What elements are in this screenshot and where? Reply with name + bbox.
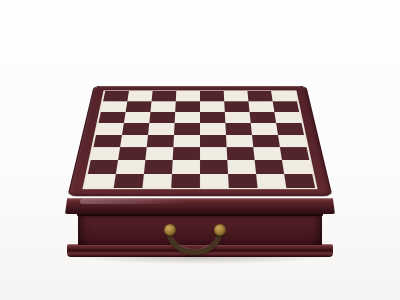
square-r7c2[interactable] — [116, 160, 145, 174]
square-r4c8[interactable] — [276, 123, 304, 135]
square-r6c1[interactable] — [91, 147, 120, 160]
square-r4c5[interactable] — [200, 123, 226, 135]
square-r8c3[interactable] — [142, 174, 172, 188]
square-r1c6[interactable] — [224, 91, 249, 101]
square-r4c6[interactable] — [225, 123, 252, 135]
square-r2c1[interactable] — [101, 101, 127, 112]
square-r5c6[interactable] — [226, 135, 253, 147]
square-r1c8[interactable] — [271, 91, 297, 101]
square-r5c3[interactable] — [147, 135, 174, 147]
square-r2c2[interactable] — [126, 101, 152, 112]
square-r5c8[interactable] — [278, 135, 307, 147]
square-r3c6[interactable] — [225, 112, 251, 123]
square-r3c1[interactable] — [98, 112, 125, 123]
square-r2c7[interactable] — [248, 101, 274, 112]
square-r7c5[interactable] — [200, 160, 228, 174]
square-r5c7[interactable] — [252, 135, 280, 147]
square-r5c1[interactable] — [93, 135, 122, 147]
square-r6c6[interactable] — [227, 147, 255, 160]
square-r4c7[interactable] — [251, 123, 278, 135]
lid-front-edge — [65, 198, 335, 214]
square-r8c8[interactable] — [284, 174, 315, 188]
square-r2c5[interactable] — [200, 101, 225, 112]
square-r5c2[interactable] — [120, 135, 148, 147]
square-r6c7[interactable] — [253, 147, 282, 160]
square-r4c1[interactable] — [96, 123, 124, 135]
square-r1c1[interactable] — [103, 91, 129, 101]
square-r3c3[interactable] — [149, 112, 175, 123]
square-r8c7[interactable] — [256, 174, 286, 188]
square-r3c5[interactable] — [200, 112, 225, 123]
square-r5c4[interactable] — [173, 135, 200, 147]
square-r1c5[interactable] — [200, 91, 224, 101]
square-r3c4[interactable] — [175, 112, 200, 123]
square-r2c3[interactable] — [150, 101, 175, 112]
square-r7c4[interactable] — [172, 160, 200, 174]
square-r4c4[interactable] — [174, 123, 200, 135]
square-r8c1[interactable] — [85, 174, 116, 188]
square-r6c8[interactable] — [280, 147, 309, 160]
square-r3c7[interactable] — [250, 112, 277, 123]
square-r6c5[interactable] — [200, 147, 227, 160]
square-r1c3[interactable] — [152, 91, 177, 101]
square-r1c4[interactable] — [176, 91, 200, 101]
square-r8c4[interactable] — [171, 174, 200, 188]
chessboard-lid — [67, 86, 332, 196]
square-r6c2[interactable] — [118, 147, 147, 160]
chess-box-photo — [0, 0, 400, 300]
square-r7c8[interactable] — [282, 160, 312, 174]
square-r7c1[interactable] — [88, 160, 118, 174]
square-r8c2[interactable] — [114, 174, 144, 188]
square-r4c3[interactable] — [148, 123, 175, 135]
square-r4c2[interactable] — [122, 123, 149, 135]
square-r6c3[interactable] — [145, 147, 173, 160]
square-r8c6[interactable] — [228, 174, 258, 188]
board-grid — [85, 91, 315, 188]
square-r2c4[interactable] — [175, 101, 200, 112]
square-r5c5[interactable] — [200, 135, 227, 147]
square-r3c8[interactable] — [274, 112, 301, 123]
square-r2c8[interactable] — [273, 101, 299, 112]
square-r3c2[interactable] — [124, 112, 151, 123]
square-r8c5[interactable] — [200, 174, 229, 188]
square-r1c2[interactable] — [127, 91, 152, 101]
square-r2c6[interactable] — [224, 101, 249, 112]
handle-rosette-left-icon[interactable] — [164, 224, 176, 236]
board-pinstripe-border — [82, 90, 317, 189]
square-r1c7[interactable] — [247, 91, 272, 101]
square-r7c6[interactable] — [227, 160, 256, 174]
square-r7c3[interactable] — [144, 160, 173, 174]
square-r6c4[interactable] — [173, 147, 200, 160]
square-r7c7[interactable] — [255, 160, 284, 174]
handle-rosette-right-icon[interactable] — [214, 224, 226, 236]
